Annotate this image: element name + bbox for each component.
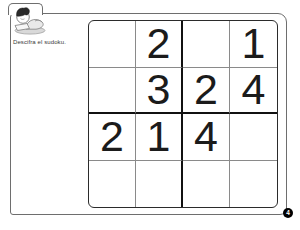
cell-r4c1[interactable] [89,161,136,208]
sudoku-grid: 2 1 3 2 4 2 1 4 [88,20,278,208]
cell-r4c3[interactable] [183,161,230,208]
cell-r3c1[interactable]: 2 [89,114,136,161]
cell-r3c3[interactable]: 4 [183,114,230,161]
worksheet-page: Descifra el sudoku. 2 1 3 2 4 2 1 4 4 [0,0,300,230]
instruction-text: Descifra el sudoku. [13,39,83,45]
cell-r2c4[interactable]: 4 [230,68,277,115]
cell-r2c3[interactable]: 2 [183,68,230,115]
cell-r3c2[interactable]: 1 [136,114,183,161]
cell-r4c4[interactable] [230,161,277,208]
page-number-badge: 4 [283,208,293,218]
cell-r3c4[interactable] [230,114,277,161]
child-reading-icon [11,4,48,36]
cell-r4c2[interactable] [136,161,183,208]
cell-r1c2[interactable]: 2 [136,21,183,68]
cell-r1c3[interactable] [183,21,230,68]
cell-r1c1[interactable] [89,21,136,68]
cell-r2c1[interactable] [89,68,136,115]
cell-r1c4[interactable]: 1 [230,21,277,68]
cell-r2c2[interactable]: 3 [136,68,183,115]
